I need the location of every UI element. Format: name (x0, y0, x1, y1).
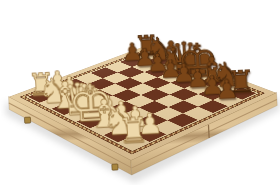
board-shadow (5, 87, 280, 185)
photo-tilt: ♜♞♝♛♚♝♞♜♟♟♟♟♟♟♟♟♟♟♟♟♟♟♟♟♜♞♝♛♚♝♞♜ (0, 0, 280, 185)
board-box-svg (0, 0, 280, 185)
box-fold-seam (208, 125, 209, 138)
clasp-icon (24, 117, 30, 123)
chess-set-photo: ♜♞♝♛♚♝♞♜♟♟♟♟♟♟♟♟♟♟♟♟♟♟♟♟♜♞♝♛♚♝♞♜ (0, 0, 280, 185)
clasp-icon (112, 164, 118, 170)
